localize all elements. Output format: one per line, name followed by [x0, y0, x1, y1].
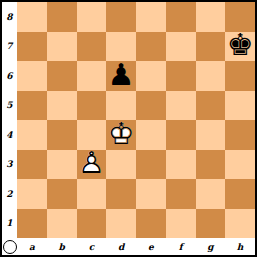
square-b5[interactable] — [47, 91, 77, 121]
white-pawn-c3[interactable]: ♟♙ — [77, 150, 107, 180]
square-c2[interactable] — [77, 179, 107, 209]
square-d7[interactable] — [106, 32, 136, 62]
square-h1[interactable] — [225, 209, 255, 239]
square-g6[interactable] — [196, 61, 226, 91]
square-e8[interactable] — [136, 2, 166, 32]
square-c8[interactable] — [77, 2, 107, 32]
square-a5[interactable] — [17, 91, 47, 121]
file-label-b: b — [47, 238, 77, 255]
move-indicator-cell — [2, 238, 17, 255]
rank-label-6: 6 — [2, 61, 17, 91]
square-c1[interactable] — [77, 209, 107, 239]
white-king-d4[interactable]: ♚♔ — [106, 120, 136, 150]
square-g1[interactable] — [196, 209, 226, 239]
piece-glyph: ♟ — [108, 60, 135, 90]
piece-outline-layer: ♙ — [78, 148, 105, 178]
square-f6[interactable] — [166, 61, 196, 91]
piece-fill-layer: ♟ — [78, 148, 105, 178]
square-f5[interactable] — [166, 91, 196, 121]
chess-board: 87♚6♟54♚♔3♟♙21abcdefgh — [2, 2, 255, 255]
square-h4[interactable] — [225, 120, 255, 150]
square-b1[interactable] — [47, 209, 77, 239]
square-e4[interactable] — [136, 120, 166, 150]
square-c5[interactable] — [77, 91, 107, 121]
square-f8[interactable] — [166, 2, 196, 32]
square-b4[interactable] — [47, 120, 77, 150]
file-label-f: f — [166, 238, 196, 255]
square-e3[interactable] — [136, 150, 166, 180]
square-c3[interactable]: ♟♙ — [77, 150, 107, 180]
rank-label-7: 7 — [2, 32, 17, 62]
square-a6[interactable] — [17, 61, 47, 91]
square-f4[interactable] — [166, 120, 196, 150]
square-h2[interactable] — [225, 179, 255, 209]
square-a7[interactable] — [17, 32, 47, 62]
square-b6[interactable] — [47, 61, 77, 91]
square-g7[interactable] — [196, 32, 226, 62]
square-g5[interactable] — [196, 91, 226, 121]
square-b3[interactable] — [47, 150, 77, 180]
square-a2[interactable] — [17, 179, 47, 209]
square-f1[interactable] — [166, 209, 196, 239]
square-h5[interactable] — [225, 91, 255, 121]
white-to-move-indicator — [3, 240, 17, 254]
square-c7[interactable] — [77, 32, 107, 62]
square-g3[interactable] — [196, 150, 226, 180]
square-d1[interactable] — [106, 209, 136, 239]
file-label-c: c — [77, 238, 107, 255]
piece-glyph: ♚ — [227, 30, 254, 60]
piece-fill-layer: ♚ — [108, 119, 135, 149]
rank-label-4: 4 — [2, 120, 17, 150]
square-a3[interactable] — [17, 150, 47, 180]
black-pawn-d6[interactable]: ♟ — [106, 61, 136, 91]
file-label-g: g — [196, 238, 226, 255]
square-c4[interactable] — [77, 120, 107, 150]
square-b2[interactable] — [47, 179, 77, 209]
rank-label-2: 2 — [2, 179, 17, 209]
square-d4[interactable]: ♚♔ — [106, 120, 136, 150]
square-d5[interactable] — [106, 91, 136, 121]
square-e7[interactable] — [136, 32, 166, 62]
square-h8[interactable] — [225, 2, 255, 32]
square-f3[interactable] — [166, 150, 196, 180]
square-e2[interactable] — [136, 179, 166, 209]
square-a8[interactable] — [17, 2, 47, 32]
file-label-a: a — [17, 238, 47, 255]
square-b7[interactable] — [47, 32, 77, 62]
square-c6[interactable] — [77, 61, 107, 91]
square-d3[interactable] — [106, 150, 136, 180]
file-label-d: d — [106, 238, 136, 255]
square-d2[interactable] — [106, 179, 136, 209]
square-a1[interactable] — [17, 209, 47, 239]
square-g4[interactable] — [196, 120, 226, 150]
rank-label-5: 5 — [2, 91, 17, 121]
square-f7[interactable] — [166, 32, 196, 62]
rank-label-3: 3 — [2, 150, 17, 180]
rank-label-8: 8 — [2, 2, 17, 32]
square-d8[interactable] — [106, 2, 136, 32]
black-king-h7[interactable]: ♚ — [225, 32, 255, 62]
rank-label-1: 1 — [2, 209, 17, 239]
file-label-e: e — [136, 238, 166, 255]
square-e1[interactable] — [136, 209, 166, 239]
square-e6[interactable] — [136, 61, 166, 91]
square-b8[interactable] — [47, 2, 77, 32]
square-a4[interactable] — [17, 120, 47, 150]
square-h3[interactable] — [225, 150, 255, 180]
square-h6[interactable] — [225, 61, 255, 91]
piece-outline-layer: ♔ — [108, 119, 135, 149]
square-f2[interactable] — [166, 179, 196, 209]
square-h7[interactable]: ♚ — [225, 32, 255, 62]
file-label-h: h — [225, 238, 255, 255]
chess-diagram: 87♚6♟54♚♔3♟♙21abcdefgh — [0, 0, 257, 257]
square-d6[interactable]: ♟ — [106, 61, 136, 91]
square-e5[interactable] — [136, 91, 166, 121]
square-g8[interactable] — [196, 2, 226, 32]
square-g2[interactable] — [196, 179, 226, 209]
